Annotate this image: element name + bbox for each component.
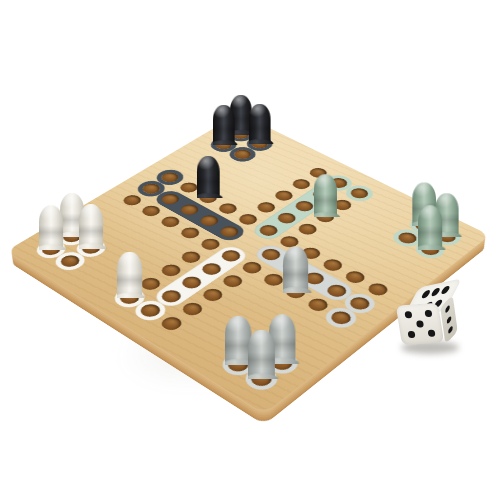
die-pip [416, 320, 424, 327]
track-hole[interactable] [139, 182, 163, 196]
track-hole[interactable] [139, 204, 164, 219]
peg-black-2[interactable] [249, 104, 271, 148]
peg-white-2[interactable] [79, 204, 103, 252]
peg-white-3[interactable] [39, 205, 63, 253]
peg-grey-3[interactable] [248, 330, 275, 384]
track-hole[interactable] [158, 214, 183, 229]
track-hole[interactable] [365, 281, 391, 298]
peg-grey-4[interactable] [283, 246, 308, 296]
die-pip [425, 310, 433, 317]
track-hole[interactable] [178, 225, 203, 240]
peg-green-4[interactable] [314, 174, 337, 221]
die[interactable] [398, 284, 468, 358]
track-hole[interactable] [199, 286, 226, 303]
track-hole[interactable] [220, 273, 246, 290]
peg-black-4[interactable] [197, 156, 220, 202]
track-hole[interactable] [342, 269, 368, 286]
track-hole[interactable] [239, 260, 265, 276]
start-hole[interactable] [57, 253, 83, 269]
product-photo-scene [0, 0, 504, 504]
perspective-stage [0, 0, 504, 504]
track-hole[interactable] [320, 257, 346, 273]
track-hole[interactable] [305, 296, 332, 313]
track-hole[interactable] [158, 315, 185, 333]
die-pip [440, 285, 451, 295]
track-hole[interactable] [137, 302, 164, 320]
peg-black-3[interactable] [213, 105, 235, 149]
track-hole[interactable] [120, 193, 145, 207]
die-pip [428, 329, 436, 336]
peg-white-4[interactable] [117, 252, 142, 302]
peg-green-3[interactable] [418, 205, 442, 253]
track-hole[interactable] [347, 186, 371, 200]
die-pip [421, 289, 432, 299]
die-pip [448, 325, 453, 335]
die-pip [404, 312, 412, 319]
die-front-face [396, 303, 444, 345]
track-hole[interactable] [216, 201, 241, 216]
board-edge [8, 123, 488, 425]
die-pip [407, 330, 415, 337]
track-hole[interactable] [158, 171, 182, 185]
track-hole[interactable] [295, 222, 320, 237]
die-pip [430, 287, 441, 297]
track-hole[interactable] [178, 249, 204, 265]
die-pip [445, 304, 450, 314]
track-hole[interactable] [179, 300, 206, 317]
start-hole[interactable] [395, 230, 420, 245]
track-hole[interactable] [327, 309, 354, 327]
start-hole[interactable] [231, 148, 254, 161]
die-pip [446, 315, 451, 325]
ludo-board [7, 113, 490, 413]
track-hole[interactable] [346, 295, 373, 312]
